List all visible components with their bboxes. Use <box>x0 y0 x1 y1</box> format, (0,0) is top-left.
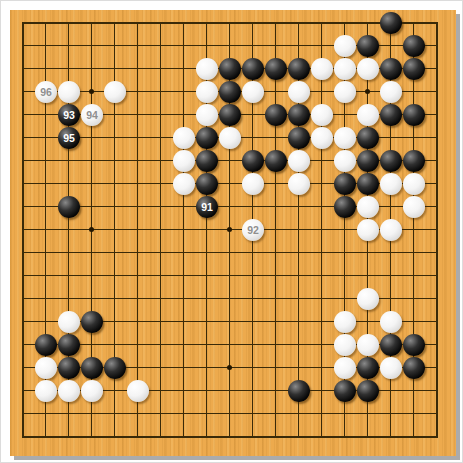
stone-white <box>334 127 356 149</box>
stone-white <box>380 219 402 241</box>
stone-white <box>219 127 241 149</box>
grid-line-horizontal <box>22 22 438 24</box>
stone-black-numbered: 91 <box>196 196 218 218</box>
go-board[interactable]: 969394959192 <box>10 10 456 456</box>
stone-black <box>357 380 379 402</box>
stone-black <box>403 150 425 172</box>
stone-white <box>311 58 333 80</box>
stone-white <box>357 334 379 356</box>
stone-white <box>334 357 356 379</box>
stone-black <box>196 173 218 195</box>
stone-black <box>35 334 57 356</box>
star-point <box>365 89 370 94</box>
stone-white <box>173 173 195 195</box>
stone-white <box>288 81 310 103</box>
stone-black <box>81 357 103 379</box>
stone-white <box>380 173 402 195</box>
stone-white <box>334 311 356 333</box>
stone-black <box>288 58 310 80</box>
stone-white <box>311 104 333 126</box>
grid-line-vertical <box>160 22 161 438</box>
stone-black <box>81 311 103 333</box>
stone-white <box>196 81 218 103</box>
stone-black <box>403 357 425 379</box>
stone-white <box>357 58 379 80</box>
stone-black <box>58 196 80 218</box>
stone-black <box>288 380 310 402</box>
stone-white <box>334 58 356 80</box>
stone-white <box>380 311 402 333</box>
stone-black <box>265 150 287 172</box>
stone-white <box>173 127 195 149</box>
stone-black <box>104 357 126 379</box>
stone-white <box>334 334 356 356</box>
stone-black <box>357 150 379 172</box>
stone-white <box>334 81 356 103</box>
stone-black <box>380 12 402 34</box>
stone-black <box>242 150 264 172</box>
stone-white <box>334 150 356 172</box>
stone-white <box>288 173 310 195</box>
stone-white <box>403 196 425 218</box>
stone-black <box>196 127 218 149</box>
stone-black <box>380 104 402 126</box>
stone-black <box>219 81 241 103</box>
stone-black <box>219 104 241 126</box>
stone-white <box>242 173 264 195</box>
stone-black <box>380 334 402 356</box>
stone-black <box>196 150 218 172</box>
grid-line-horizontal <box>22 436 438 438</box>
stone-black <box>403 58 425 80</box>
stone-black <box>357 127 379 149</box>
stone-black <box>288 127 310 149</box>
stone-white-numbered: 96 <box>35 81 57 103</box>
stone-black <box>58 357 80 379</box>
star-point <box>227 365 232 370</box>
stone-white <box>357 196 379 218</box>
stone-black <box>334 196 356 218</box>
stone-black <box>403 104 425 126</box>
stone-white <box>127 380 149 402</box>
star-point <box>89 227 94 232</box>
stone-black <box>380 58 402 80</box>
stone-white <box>173 150 195 172</box>
stone-black <box>357 357 379 379</box>
stone-black <box>403 35 425 57</box>
grid-line-vertical <box>183 22 184 438</box>
stone-black-numbered: 93 <box>58 104 80 126</box>
stone-white <box>58 311 80 333</box>
stone-black <box>265 104 287 126</box>
stone-white <box>58 380 80 402</box>
stone-white <box>357 288 379 310</box>
stone-white <box>380 357 402 379</box>
stone-white <box>196 58 218 80</box>
stone-white <box>334 35 356 57</box>
stone-black <box>219 58 241 80</box>
grid-line-horizontal <box>22 275 438 276</box>
diagram-frame: 969394959192 <box>0 0 463 463</box>
stone-black <box>334 380 356 402</box>
stone-white <box>35 380 57 402</box>
stone-black <box>380 150 402 172</box>
stone-white-numbered: 94 <box>81 104 103 126</box>
stone-black <box>357 35 379 57</box>
grid-line-vertical <box>275 22 276 438</box>
stone-white <box>104 81 126 103</box>
stone-black <box>58 334 80 356</box>
stone-black <box>242 58 264 80</box>
stone-white <box>357 219 379 241</box>
grid-line-vertical <box>321 22 322 438</box>
stone-black-numbered: 95 <box>58 127 80 149</box>
stone-black <box>403 334 425 356</box>
grid-line-vertical <box>22 22 24 438</box>
stone-white <box>380 81 402 103</box>
stone-white <box>357 104 379 126</box>
stone-white <box>288 150 310 172</box>
stone-white <box>196 104 218 126</box>
star-point <box>89 89 94 94</box>
grid-line-horizontal <box>22 252 438 253</box>
grid-line-vertical <box>137 22 138 438</box>
stone-white <box>81 380 103 402</box>
star-point <box>227 227 232 232</box>
stone-black <box>334 173 356 195</box>
stone-black <box>288 104 310 126</box>
stone-white-numbered: 92 <box>242 219 264 241</box>
stone-white <box>58 81 80 103</box>
grid-line-horizontal <box>22 413 438 414</box>
stone-black <box>265 58 287 80</box>
grid-line-vertical <box>436 22 438 438</box>
stone-white <box>35 357 57 379</box>
stone-white <box>242 81 264 103</box>
stone-white <box>403 173 425 195</box>
stone-black <box>357 173 379 195</box>
stone-white <box>311 127 333 149</box>
